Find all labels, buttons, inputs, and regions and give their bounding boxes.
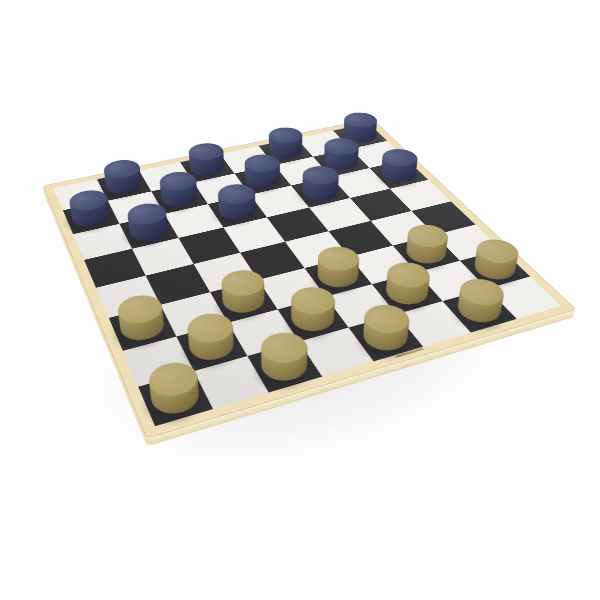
gold-checker[interactable] — [356, 319, 415, 356]
product-photo-stage — [0, 0, 600, 600]
navy-checker[interactable] — [376, 163, 423, 186]
